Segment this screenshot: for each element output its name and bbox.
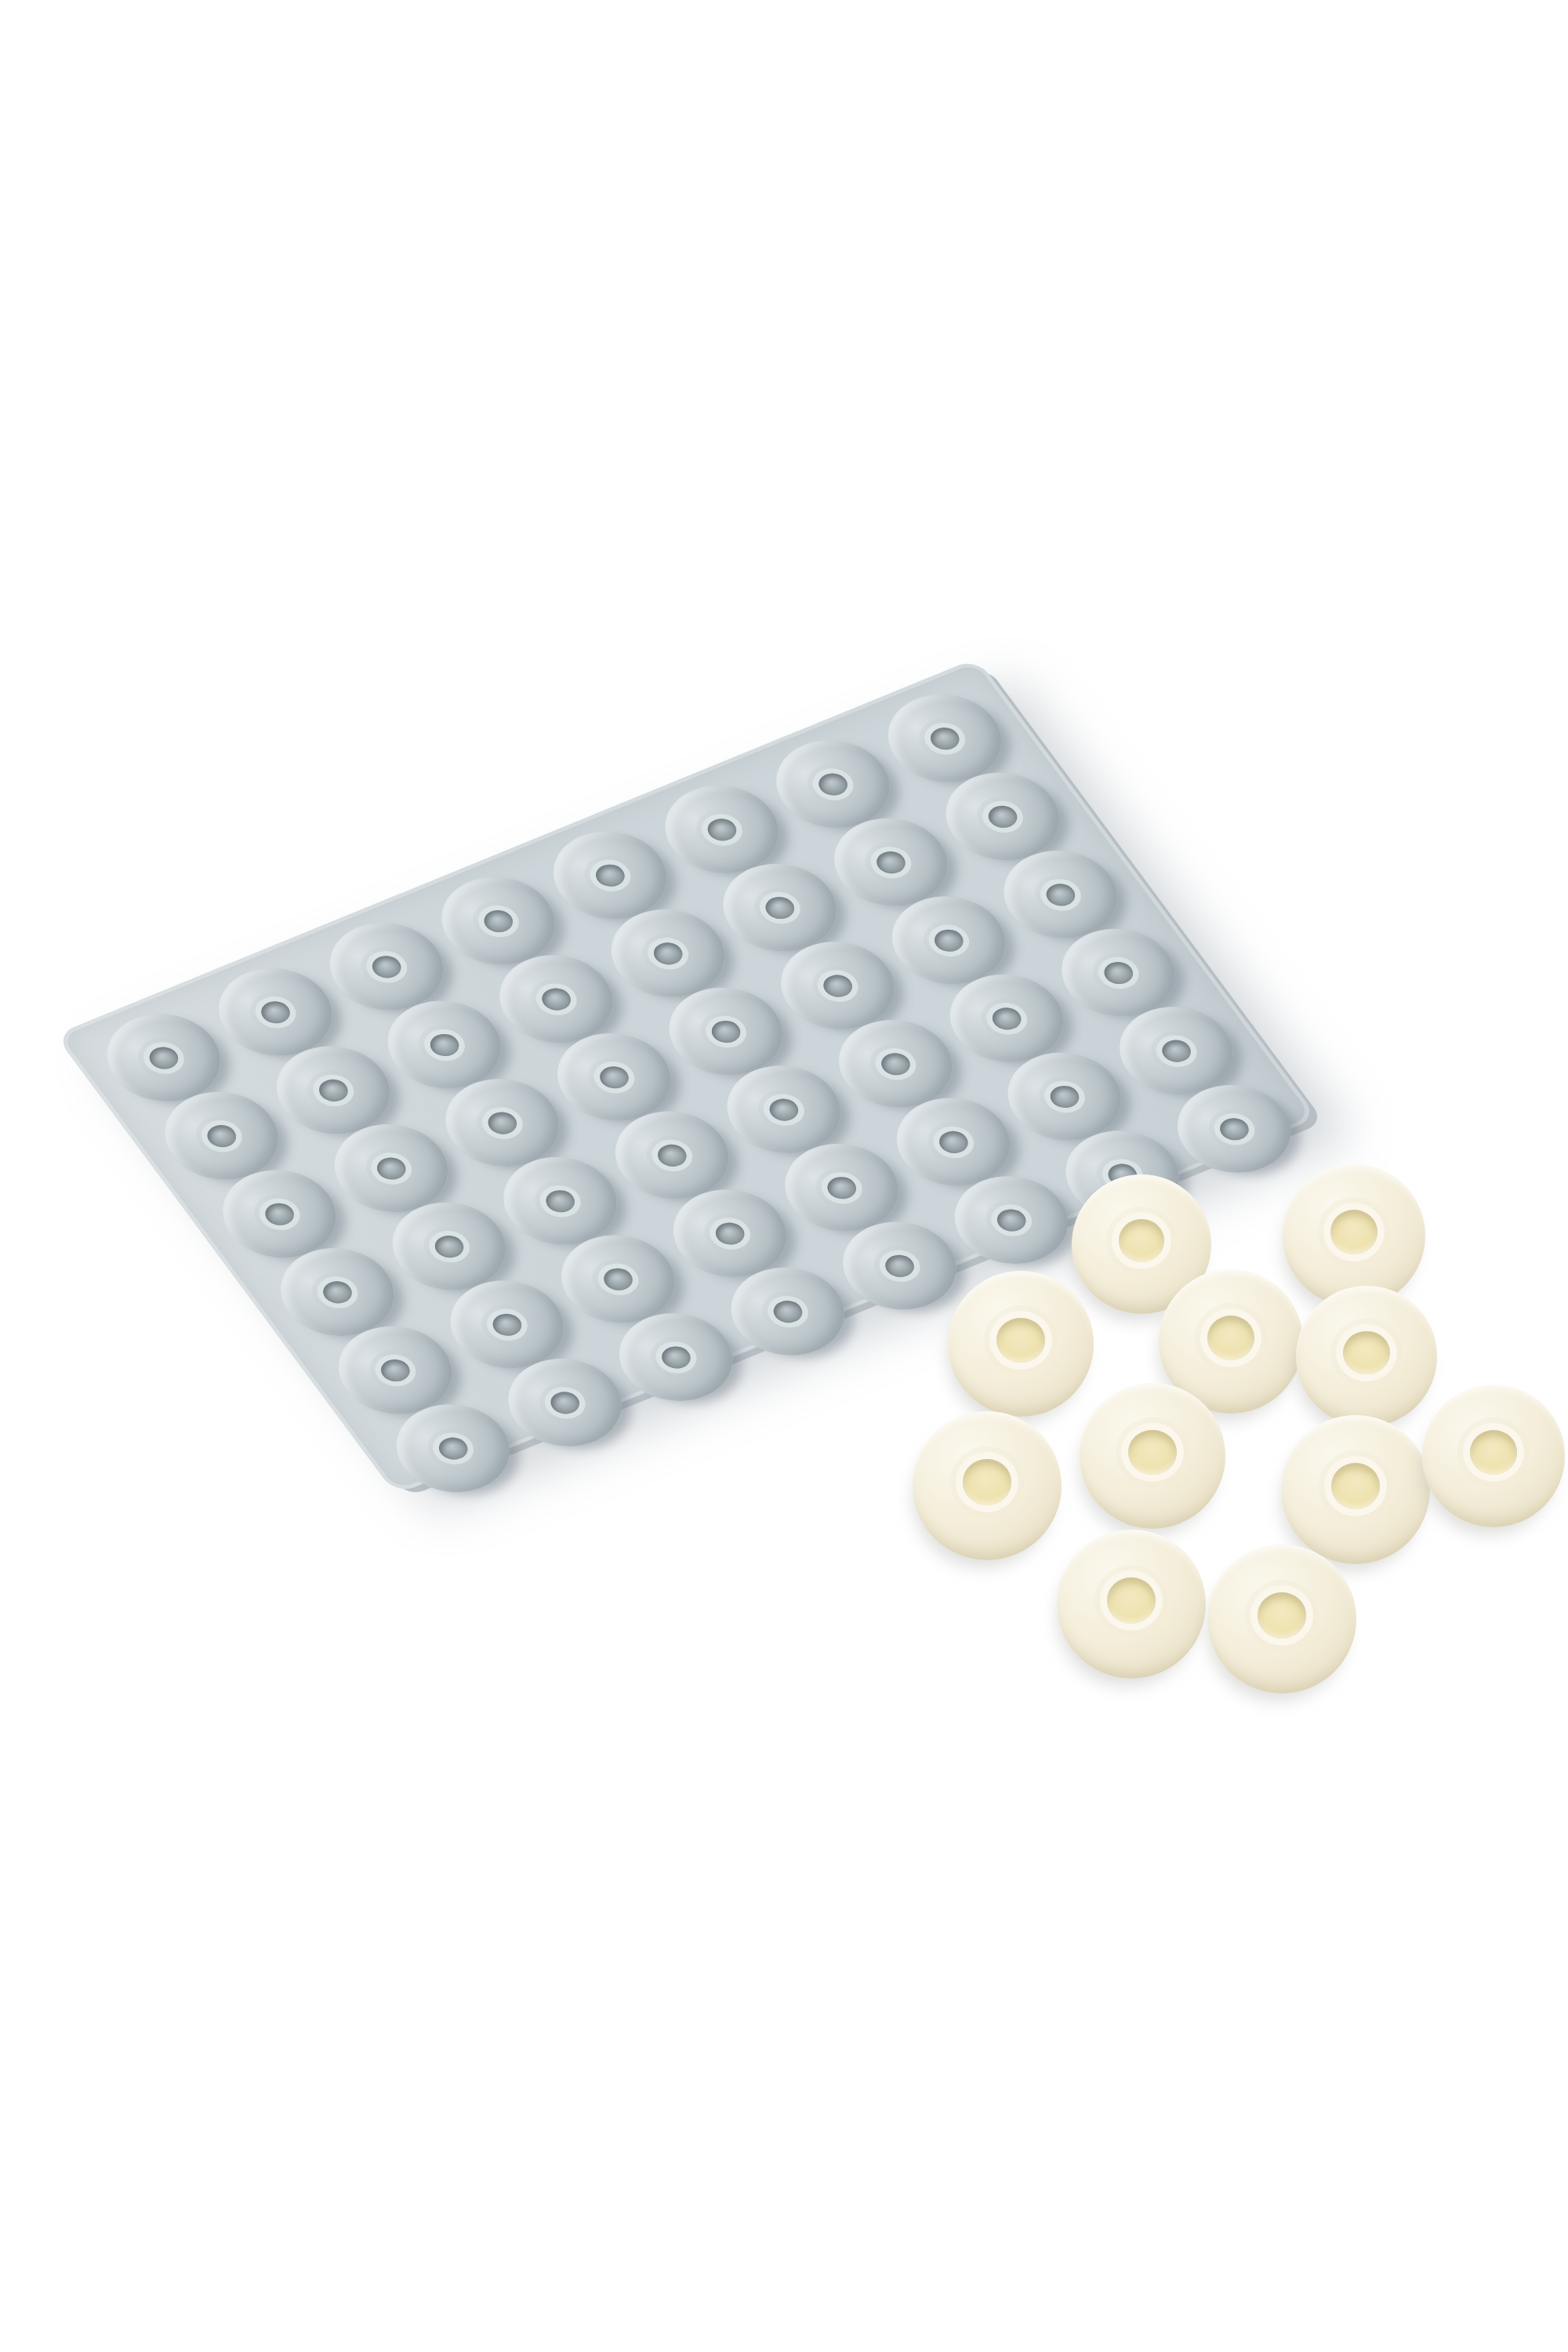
mini-donut xyxy=(1057,1530,1206,1679)
mini-donut xyxy=(1296,1286,1437,1427)
product-photo-canvas: Light gray 48-cavity silicone mini donut… xyxy=(0,0,1568,2352)
mini-donut xyxy=(1080,1383,1225,1529)
mini-donut xyxy=(913,1411,1062,1560)
mini-donut xyxy=(1207,1544,1356,1693)
donut-hole xyxy=(1128,1430,1176,1475)
donut-hole xyxy=(1107,1577,1156,1624)
donut-hole xyxy=(1207,1316,1255,1360)
donut-hole xyxy=(1258,1592,1307,1639)
mini-donut xyxy=(948,1271,1094,1417)
mini-donut xyxy=(1422,1385,1565,1527)
donut-hole xyxy=(996,1318,1044,1363)
donut-hole xyxy=(1119,1219,1165,1262)
donut-layer xyxy=(0,0,1568,2352)
mini-donut xyxy=(1281,1415,1430,1564)
mini-donut xyxy=(1283,1164,1425,1307)
donut-hole xyxy=(1343,1331,1389,1375)
donut-hole xyxy=(1330,1210,1377,1254)
donut-hole xyxy=(1470,1430,1517,1474)
donut-hole xyxy=(963,1459,1012,1505)
donut-hole xyxy=(1331,1463,1381,1509)
